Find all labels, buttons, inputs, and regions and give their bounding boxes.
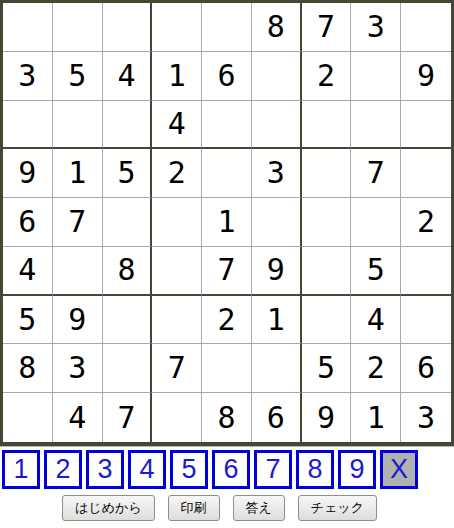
cell-r9c3[interactable]: 7	[103, 393, 153, 442]
cell-r6c7[interactable]	[302, 247, 352, 296]
cell-r9c2[interactable]: 4	[53, 393, 103, 442]
cell-r4c4[interactable]: 2	[152, 149, 202, 198]
cell-r8c9[interactable]: 6	[401, 344, 451, 393]
cell-r1c4[interactable]	[152, 3, 202, 52]
cell-r6c4[interactable]	[152, 247, 202, 296]
numpad-button-8[interactable]: 8	[296, 450, 334, 489]
cell-r1c3[interactable]	[103, 3, 153, 52]
cell-r5c8[interactable]	[351, 198, 401, 247]
cell-r8c7[interactable]: 5	[302, 344, 352, 393]
cell-r6c9[interactable]	[401, 247, 451, 296]
cell-r4c7[interactable]	[302, 149, 352, 198]
cell-r4c1[interactable]: 9	[3, 149, 53, 198]
cell-r6c8[interactable]: 5	[351, 247, 401, 296]
cell-r8c2[interactable]: 3	[53, 344, 103, 393]
numpad-button-6[interactable]: 6	[212, 450, 250, 489]
cell-r7c1[interactable]: 5	[3, 296, 53, 345]
cell-r5c4[interactable]	[152, 198, 202, 247]
sudoku-board: 8733541629491523767124879559214837526478…	[0, 0, 454, 446]
cell-r6c5[interactable]: 7	[202, 247, 252, 296]
cell-r1c8[interactable]: 3	[351, 3, 401, 52]
cell-r2c1[interactable]: 3	[3, 52, 53, 101]
board-underline	[0, 446, 454, 447]
cell-r5c3[interactable]	[103, 198, 153, 247]
cell-r7c5[interactable]: 2	[202, 296, 252, 345]
cell-r2c2[interactable]: 5	[53, 52, 103, 101]
cell-r1c2[interactable]	[53, 3, 103, 52]
answer-button[interactable]: 答え	[233, 495, 285, 521]
cell-r2c6[interactable]	[252, 52, 302, 101]
cell-r9c9[interactable]: 3	[401, 393, 451, 442]
cell-r8c5[interactable]	[202, 344, 252, 393]
cell-r2c9[interactable]: 9	[401, 52, 451, 101]
cell-r1c7[interactable]: 7	[302, 3, 352, 52]
cell-r7c7[interactable]	[302, 296, 352, 345]
check-button[interactable]: チェック	[298, 495, 377, 521]
cell-r3c4[interactable]: 4	[152, 101, 202, 150]
restart-button[interactable]: はじめから	[62, 495, 155, 521]
cell-r9c4[interactable]	[152, 393, 202, 442]
cell-r4c6[interactable]: 3	[252, 149, 302, 198]
cell-r5c7[interactable]	[302, 198, 352, 247]
cell-r9c8[interactable]: 1	[351, 393, 401, 442]
numpad-button-4[interactable]: 4	[128, 450, 166, 489]
numpad-button-1[interactable]: 1	[2, 450, 40, 489]
cell-r8c1[interactable]: 8	[3, 344, 53, 393]
cell-r4c5[interactable]	[202, 149, 252, 198]
cell-r8c8[interactable]: 2	[351, 344, 401, 393]
print-button[interactable]: 印刷	[168, 495, 220, 521]
cell-r9c7[interactable]: 9	[302, 393, 352, 442]
cell-r1c5[interactable]	[202, 3, 252, 52]
cell-r7c4[interactable]	[152, 296, 202, 345]
cell-r9c6[interactable]: 6	[252, 393, 302, 442]
cell-r6c6[interactable]: 9	[252, 247, 302, 296]
cell-r5c5[interactable]: 1	[202, 198, 252, 247]
cell-r6c1[interactable]: 4	[3, 247, 53, 296]
cell-r2c7[interactable]: 2	[302, 52, 352, 101]
cell-r7c6[interactable]: 1	[252, 296, 302, 345]
numpad-button-clear[interactable]: X	[380, 450, 418, 489]
cell-r1c1[interactable]	[3, 3, 53, 52]
cell-r7c2[interactable]: 9	[53, 296, 103, 345]
cell-r7c8[interactable]: 4	[351, 296, 401, 345]
cell-r1c9[interactable]	[401, 3, 451, 52]
cell-r2c3[interactable]: 4	[103, 52, 153, 101]
cell-r3c1[interactable]	[3, 101, 53, 150]
numpad-button-5[interactable]: 5	[170, 450, 208, 489]
cell-r4c3[interactable]: 5	[103, 149, 153, 198]
cell-r4c9[interactable]	[401, 149, 451, 198]
numpad-button-3[interactable]: 3	[86, 450, 124, 489]
cell-r6c2[interactable]	[53, 247, 103, 296]
cell-r5c2[interactable]: 7	[53, 198, 103, 247]
cell-r2c5[interactable]: 6	[202, 52, 252, 101]
cell-r3c2[interactable]	[53, 101, 103, 150]
cell-r5c1[interactable]: 6	[3, 198, 53, 247]
cell-r3c5[interactable]	[202, 101, 252, 150]
cell-r1c6[interactable]: 8	[252, 3, 302, 52]
numpad-button-2[interactable]: 2	[44, 450, 82, 489]
cell-r2c8[interactable]	[351, 52, 401, 101]
cell-r5c6[interactable]	[252, 198, 302, 247]
control-bar: はじめから 印刷 答え チェック	[62, 495, 454, 521]
cell-r3c7[interactable]	[302, 101, 352, 150]
cell-r7c9[interactable]	[401, 296, 451, 345]
cell-r8c6[interactable]	[252, 344, 302, 393]
numpad-button-9[interactable]: 9	[338, 450, 376, 489]
cell-r6c3[interactable]: 8	[103, 247, 153, 296]
cell-r3c3[interactable]	[103, 101, 153, 150]
cell-r9c5[interactable]: 8	[202, 393, 252, 442]
cell-r4c2[interactable]: 1	[53, 149, 103, 198]
number-pad: 123456789X	[2, 450, 454, 489]
cell-r8c4[interactable]: 7	[152, 344, 202, 393]
cell-r7c3[interactable]	[103, 296, 153, 345]
cell-r5c9[interactable]: 2	[401, 198, 451, 247]
numpad-button-7[interactable]: 7	[254, 450, 292, 489]
cell-r3c8[interactable]	[351, 101, 401, 150]
cell-r9c1[interactable]	[3, 393, 53, 442]
cell-r3c9[interactable]	[401, 101, 451, 150]
cell-r3c6[interactable]	[252, 101, 302, 150]
cell-r2c4[interactable]: 1	[152, 52, 202, 101]
cell-r8c3[interactable]	[103, 344, 153, 393]
cell-r4c8[interactable]: 7	[351, 149, 401, 198]
